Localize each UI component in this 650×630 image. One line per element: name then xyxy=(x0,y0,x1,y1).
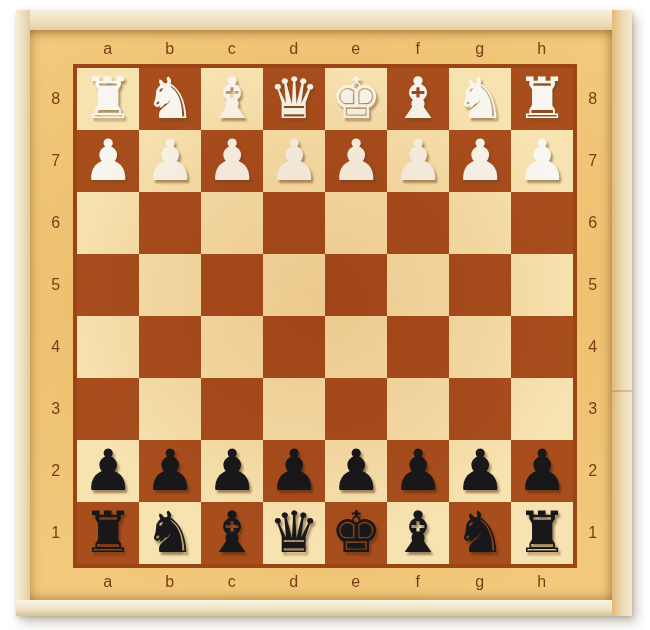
board-face: abcdefgh abcdefgh 87654321 87654321 ♜♞♝♛… xyxy=(30,30,612,600)
rank-label-7: 7 xyxy=(580,130,606,192)
square-b8[interactable]: ♞ xyxy=(139,68,201,130)
piece-white-pawn[interactable]: ♟ xyxy=(387,130,449,192)
square-a3[interactable] xyxy=(77,378,139,440)
piece-white-rook[interactable]: ♜ xyxy=(77,68,139,130)
rank-label-1: 1 xyxy=(580,502,606,564)
square-h7[interactable]: ♟ xyxy=(511,130,573,192)
square-c1[interactable]: ♝ xyxy=(201,502,263,564)
piece-black-knight[interactable]: ♞ xyxy=(139,502,201,564)
rank-label-5: 5 xyxy=(580,254,606,316)
square-h8[interactable]: ♜ xyxy=(511,68,573,130)
square-g2[interactable]: ♟ xyxy=(449,440,511,502)
file-label-e: e xyxy=(325,36,387,62)
square-g4[interactable] xyxy=(449,316,511,378)
square-c6[interactable] xyxy=(201,192,263,254)
square-a2[interactable]: ♟ xyxy=(77,440,139,502)
square-g1[interactable]: ♞ xyxy=(449,502,511,564)
square-c4[interactable] xyxy=(201,316,263,378)
file-label-f: f xyxy=(387,36,449,62)
piece-black-pawn[interactable]: ♟ xyxy=(201,440,263,502)
piece-white-knight[interactable]: ♞ xyxy=(139,68,201,130)
piece-white-bishop[interactable]: ♝ xyxy=(387,68,449,130)
square-d5[interactable] xyxy=(263,254,325,316)
piece-black-king[interactable]: ♚ xyxy=(325,502,387,564)
piece-black-rook[interactable]: ♜ xyxy=(511,502,573,564)
piece-white-pawn[interactable]: ♟ xyxy=(325,130,387,192)
square-a7[interactable]: ♟ xyxy=(77,130,139,192)
rank-label-5: 5 xyxy=(43,254,69,316)
square-h4[interactable] xyxy=(511,316,573,378)
piece-black-pawn[interactable]: ♟ xyxy=(263,440,325,502)
square-f5[interactable] xyxy=(387,254,449,316)
piece-black-rook[interactable]: ♜ xyxy=(77,502,139,564)
piece-black-bishop[interactable]: ♝ xyxy=(201,502,263,564)
square-d2[interactable]: ♟ xyxy=(263,440,325,502)
square-a5[interactable] xyxy=(77,254,139,316)
piece-white-rook[interactable]: ♜ xyxy=(511,68,573,130)
square-f8[interactable]: ♝ xyxy=(387,68,449,130)
piece-black-pawn[interactable]: ♟ xyxy=(449,440,511,502)
rank-label-2: 2 xyxy=(580,440,606,502)
rank-label-3: 3 xyxy=(43,378,69,440)
file-labels-bottom: abcdefgh xyxy=(77,569,573,595)
piece-black-bishop[interactable]: ♝ xyxy=(387,502,449,564)
piece-white-queen[interactable]: ♛ xyxy=(263,68,325,130)
piece-white-pawn[interactable]: ♟ xyxy=(139,130,201,192)
square-h2[interactable]: ♟ xyxy=(511,440,573,502)
square-f1[interactable]: ♝ xyxy=(387,502,449,564)
square-f7[interactable]: ♟ xyxy=(387,130,449,192)
square-f2[interactable]: ♟ xyxy=(387,440,449,502)
piece-white-pawn[interactable]: ♟ xyxy=(77,130,139,192)
square-e8[interactable]: ♚ xyxy=(325,68,387,130)
file-label-b: b xyxy=(139,36,201,62)
square-b2[interactable]: ♟ xyxy=(139,440,201,502)
frame-bottom-rail xyxy=(16,600,632,616)
square-d3[interactable] xyxy=(263,378,325,440)
square-g3[interactable] xyxy=(449,378,511,440)
piece-black-pawn[interactable]: ♟ xyxy=(139,440,201,502)
file-label-g: g xyxy=(449,569,511,595)
rank-label-6: 6 xyxy=(43,192,69,254)
piece-black-pawn[interactable]: ♟ xyxy=(77,440,139,502)
rank-label-3: 3 xyxy=(580,378,606,440)
file-label-a: a xyxy=(77,36,139,62)
square-d1[interactable]: ♛ xyxy=(263,502,325,564)
square-b6[interactable] xyxy=(139,192,201,254)
rank-label-4: 4 xyxy=(580,316,606,378)
file-label-b: b xyxy=(139,569,201,595)
square-d6[interactable] xyxy=(263,192,325,254)
file-label-h: h xyxy=(511,569,573,595)
square-c7[interactable]: ♟ xyxy=(201,130,263,192)
frame-right-rail xyxy=(612,10,632,616)
rank-labels-left: 87654321 xyxy=(43,68,69,564)
square-b5[interactable] xyxy=(139,254,201,316)
square-e3[interactable] xyxy=(325,378,387,440)
file-label-c: c xyxy=(201,36,263,62)
square-g7[interactable]: ♟ xyxy=(449,130,511,192)
rank-label-4: 4 xyxy=(43,316,69,378)
square-d7[interactable]: ♟ xyxy=(263,130,325,192)
rank-label-8: 8 xyxy=(580,68,606,130)
product-photo-stage: abcdefgh abcdefgh 87654321 87654321 ♜♞♝♛… xyxy=(0,0,650,630)
rank-labels-right: 87654321 xyxy=(580,68,606,564)
rank-label-6: 6 xyxy=(580,192,606,254)
square-f6[interactable] xyxy=(387,192,449,254)
piece-white-bishop[interactable]: ♝ xyxy=(201,68,263,130)
piece-white-king[interactable]: ♚ xyxy=(325,68,387,130)
file-label-d: d xyxy=(263,569,325,595)
file-label-f: f xyxy=(387,569,449,595)
square-c3[interactable] xyxy=(201,378,263,440)
chess-board: ♜♞♝♛♚♝♞♜♟♟♟♟♟♟♟♟♟♟♟♟♟♟♟♟♜♞♝♛♚♝♞♜ xyxy=(73,64,577,568)
piece-black-pawn[interactable]: ♟ xyxy=(387,440,449,502)
square-b1[interactable]: ♞ xyxy=(139,502,201,564)
square-h5[interactable] xyxy=(511,254,573,316)
square-c8[interactable]: ♝ xyxy=(201,68,263,130)
piece-black-knight[interactable]: ♞ xyxy=(449,502,511,564)
frame-wood-seam xyxy=(612,390,632,392)
square-c2[interactable]: ♟ xyxy=(201,440,263,502)
file-label-d: d xyxy=(263,36,325,62)
square-g6[interactable] xyxy=(449,192,511,254)
frame-top-rail xyxy=(16,10,632,30)
piece-white-pawn[interactable]: ♟ xyxy=(511,130,573,192)
square-a4[interactable] xyxy=(77,316,139,378)
square-f3[interactable] xyxy=(387,378,449,440)
rank-label-1: 1 xyxy=(43,502,69,564)
piece-black-pawn[interactable]: ♟ xyxy=(325,440,387,502)
square-e1[interactable]: ♚ xyxy=(325,502,387,564)
square-h3[interactable] xyxy=(511,378,573,440)
square-a1[interactable]: ♜ xyxy=(77,502,139,564)
square-d8[interactable]: ♛ xyxy=(263,68,325,130)
piece-white-pawn[interactable]: ♟ xyxy=(263,130,325,192)
square-e6[interactable] xyxy=(325,192,387,254)
square-e2[interactable]: ♟ xyxy=(325,440,387,502)
square-b4[interactable] xyxy=(139,316,201,378)
piece-black-pawn[interactable]: ♟ xyxy=(511,440,573,502)
square-f4[interactable] xyxy=(387,316,449,378)
piece-white-pawn[interactable]: ♟ xyxy=(201,130,263,192)
square-a8[interactable]: ♜ xyxy=(77,68,139,130)
file-labels-top: abcdefgh xyxy=(77,36,573,62)
square-g8[interactable]: ♞ xyxy=(449,68,511,130)
file-label-c: c xyxy=(201,569,263,595)
square-e4[interactable] xyxy=(325,316,387,378)
file-label-g: g xyxy=(449,36,511,62)
file-label-e: e xyxy=(325,569,387,595)
square-b7[interactable]: ♟ xyxy=(139,130,201,192)
square-a6[interactable] xyxy=(77,192,139,254)
file-label-h: h xyxy=(511,36,573,62)
square-c5[interactable] xyxy=(201,254,263,316)
square-d4[interactable] xyxy=(263,316,325,378)
piece-black-queen[interactable]: ♛ xyxy=(263,502,325,564)
square-e5[interactable] xyxy=(325,254,387,316)
rank-label-8: 8 xyxy=(43,68,69,130)
frame-left-rail xyxy=(16,10,30,616)
rank-label-2: 2 xyxy=(43,440,69,502)
square-g5[interactable] xyxy=(449,254,511,316)
file-label-a: a xyxy=(77,569,139,595)
piece-white-knight[interactable]: ♞ xyxy=(449,68,511,130)
square-h1[interactable]: ♜ xyxy=(511,502,573,564)
square-h6[interactable] xyxy=(511,192,573,254)
square-e7[interactable]: ♟ xyxy=(325,130,387,192)
demo-chess-board: abcdefgh abcdefgh 87654321 87654321 ♜♞♝♛… xyxy=(16,10,632,616)
square-b3[interactable] xyxy=(139,378,201,440)
rank-label-7: 7 xyxy=(43,130,69,192)
piece-white-pawn[interactable]: ♟ xyxy=(449,130,511,192)
